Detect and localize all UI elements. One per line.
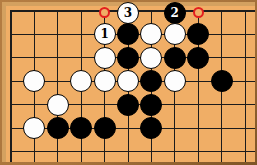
stone-white — [94, 70, 116, 92]
stone-white: 3 — [117, 2, 139, 24]
grid-line — [10, 151, 255, 152]
stone-black — [117, 47, 139, 69]
stone-white — [47, 94, 69, 116]
move-number-label: 3 — [124, 7, 132, 19]
move-number-label: 1 — [100, 28, 108, 40]
red-circle-mark — [193, 7, 204, 18]
stone-white — [94, 47, 116, 69]
stone-black — [117, 94, 139, 116]
stone-white: 1 — [94, 23, 116, 45]
move-number-label: 2 — [171, 7, 179, 19]
stone-black: 2 — [164, 2, 186, 24]
stone-black — [47, 117, 69, 139]
red-circle-mark — [99, 7, 110, 18]
stone-black — [94, 117, 116, 139]
stone-black — [140, 94, 162, 116]
grid-line — [57, 10, 58, 162]
grid-line — [10, 10, 12, 162]
stone-black — [187, 47, 209, 69]
go-diagram: 321 — [0, 0, 257, 165]
stone-black — [211, 70, 233, 92]
stone-white — [164, 70, 186, 92]
stone-black — [164, 47, 186, 69]
grid-line — [245, 10, 246, 162]
